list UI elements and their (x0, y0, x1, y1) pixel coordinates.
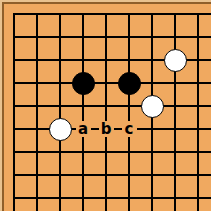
white-stone (164, 49, 187, 72)
board-grid-lines (13, 13, 211, 211)
black-stone (72, 72, 95, 95)
white-stone (49, 118, 72, 141)
board-edge-left-border (2, 2, 5, 212)
point-label-b: b (99, 121, 114, 137)
point-label-a: a (76, 121, 91, 137)
go-board-diagram: abc (0, 0, 211, 211)
white-stone (141, 95, 164, 118)
point-label-c: c (122, 121, 137, 137)
black-stone (118, 72, 141, 95)
board-edge-top-border (0, 2, 211, 5)
